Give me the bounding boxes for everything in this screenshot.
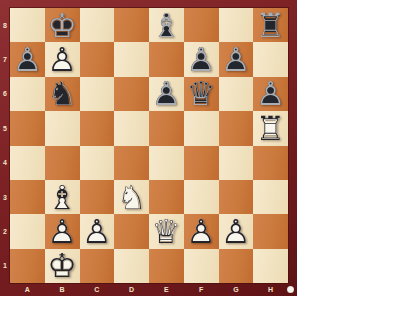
square-a6[interactable] (10, 77, 45, 111)
square-c1[interactable] (80, 249, 115, 283)
piece-outline-glyph: ♗ (45, 180, 80, 214)
square-h7[interactable] (253, 42, 288, 76)
square-c5[interactable] (80, 111, 115, 145)
rank-label-8: 8 (0, 8, 10, 42)
piece-white-queen[interactable]: ♛♕ (149, 214, 184, 248)
square-h6[interactable]: ♟♙ (253, 77, 288, 111)
piece-outline-glyph: ♘ (114, 180, 149, 214)
square-e6[interactable]: ♟♙ (149, 77, 184, 111)
square-d1[interactable] (114, 249, 149, 283)
square-e7[interactable] (149, 42, 184, 76)
square-e1[interactable] (149, 249, 184, 283)
piece-outline-glyph: ♙ (80, 214, 115, 248)
square-b2[interactable]: ♟♙ (45, 214, 80, 248)
piece-outline-glyph: ♖ (253, 8, 288, 42)
page: 87654321 ♚♔♝♗♜♖♟♙♟♙♟♙♟♙♞♘♟♙♛♕♟♙♜♖♝♗♞♘♟♙♟… (0, 0, 414, 311)
piece-white-pawn[interactable]: ♟♙ (219, 214, 254, 248)
file-label-f: F (184, 283, 219, 296)
square-d5[interactable] (114, 111, 149, 145)
square-c6[interactable] (80, 77, 115, 111)
piece-outline-glyph: ♙ (10, 42, 45, 76)
file-label-d: D (114, 283, 149, 296)
rank-label-7: 7 (0, 42, 10, 76)
rank-label-1: 1 (0, 249, 10, 283)
square-d4[interactable] (114, 146, 149, 180)
square-b7[interactable]: ♟♙ (45, 42, 80, 76)
square-g1[interactable] (219, 249, 254, 283)
square-h8[interactable]: ♜♖ (253, 8, 288, 42)
white-to-move-indicator (287, 286, 294, 293)
piece-white-rook[interactable]: ♜♖ (253, 111, 288, 145)
square-a1[interactable] (10, 249, 45, 283)
square-h1[interactable] (253, 249, 288, 283)
square-g5[interactable] (219, 111, 254, 145)
piece-outline-glyph: ♙ (149, 77, 184, 111)
square-a7[interactable]: ♟♙ (10, 42, 45, 76)
rank-label-4: 4 (0, 146, 10, 180)
piece-white-knight[interactable]: ♞♘ (114, 180, 149, 214)
square-g8[interactable] (219, 8, 254, 42)
file-label-c: C (80, 283, 115, 296)
square-c7[interactable] (80, 42, 115, 76)
square-a4[interactable] (10, 146, 45, 180)
piece-outline-glyph: ♘ (45, 77, 80, 111)
piece-outline-glyph: ♖ (253, 111, 288, 145)
piece-outline-glyph: ♙ (184, 214, 219, 248)
piece-white-pawn[interactable]: ♟♙ (184, 214, 219, 248)
piece-outline-glyph: ♕ (184, 77, 219, 111)
piece-black-bishop[interactable]: ♝♗ (149, 8, 184, 42)
piece-outline-glyph: ♙ (253, 77, 288, 111)
square-d7[interactable] (114, 42, 149, 76)
square-g7[interactable]: ♟♙ (219, 42, 254, 76)
square-f1[interactable] (184, 249, 219, 283)
square-d8[interactable] (114, 8, 149, 42)
piece-white-pawn[interactable]: ♟♙ (80, 214, 115, 248)
piece-outline-glyph: ♙ (219, 214, 254, 248)
piece-outline-glyph: ♙ (45, 214, 80, 248)
file-label-h: H (253, 283, 288, 296)
file-labels: ABCDEFGH (10, 283, 288, 296)
piece-black-pawn[interactable]: ♟♙ (253, 77, 288, 111)
file-label-g: G (219, 283, 254, 296)
piece-black-knight[interactable]: ♞♘ (45, 77, 80, 111)
piece-outline-glyph: ♙ (184, 42, 219, 76)
square-g4[interactable] (219, 146, 254, 180)
piece-black-pawn[interactable]: ♟♙ (10, 42, 45, 76)
square-d3[interactable]: ♞♘ (114, 180, 149, 214)
piece-black-king[interactable]: ♚♔ (45, 8, 80, 42)
square-f8[interactable] (184, 8, 219, 42)
square-g6[interactable] (219, 77, 254, 111)
square-a2[interactable] (10, 214, 45, 248)
square-h3[interactable] (253, 180, 288, 214)
piece-outline-glyph: ♙ (45, 42, 80, 76)
square-a8[interactable] (10, 8, 45, 42)
square-a5[interactable] (10, 111, 45, 145)
square-f4[interactable] (184, 146, 219, 180)
piece-outline-glyph: ♔ (45, 249, 80, 283)
square-b1[interactable]: ♚♔ (45, 249, 80, 283)
square-e8[interactable]: ♝♗ (149, 8, 184, 42)
square-c8[interactable] (80, 8, 115, 42)
square-g2[interactable]: ♟♙ (219, 214, 254, 248)
square-c4[interactable] (80, 146, 115, 180)
rank-label-3: 3 (0, 180, 10, 214)
piece-black-pawn[interactable]: ♟♙ (184, 42, 219, 76)
file-label-a: A (10, 283, 45, 296)
square-e5[interactable] (149, 111, 184, 145)
square-e2[interactable]: ♛♕ (149, 214, 184, 248)
square-e4[interactable] (149, 146, 184, 180)
file-label-b: B (45, 283, 80, 296)
square-b4[interactable] (45, 146, 80, 180)
square-b8[interactable]: ♚♔ (45, 8, 80, 42)
piece-black-pawn[interactable]: ♟♙ (219, 42, 254, 76)
piece-outline-glyph: ♙ (219, 42, 254, 76)
piece-black-rook[interactable]: ♜♖ (253, 8, 288, 42)
piece-white-pawn[interactable]: ♟♙ (45, 214, 80, 248)
square-h4[interactable] (253, 146, 288, 180)
square-f7[interactable]: ♟♙ (184, 42, 219, 76)
board-grid: ♚♔♝♗♜♖♟♙♟♙♟♙♟♙♞♘♟♙♛♕♟♙♜♖♝♗♞♘♟♙♟♙♛♕♟♙♟♙♚♔ (10, 8, 288, 283)
square-b6[interactable]: ♞♘ (45, 77, 80, 111)
square-d2[interactable] (114, 214, 149, 248)
square-f3[interactable] (184, 180, 219, 214)
piece-outline-glyph: ♔ (45, 8, 80, 42)
piece-outline-glyph: ♕ (149, 214, 184, 248)
square-h5[interactable]: ♜♖ (253, 111, 288, 145)
square-c3[interactable] (80, 180, 115, 214)
square-d6[interactable] (114, 77, 149, 111)
square-f2[interactable]: ♟♙ (184, 214, 219, 248)
piece-black-pawn[interactable]: ♟♙ (149, 77, 184, 111)
rank-labels: 87654321 (0, 8, 10, 283)
file-label-e: E (149, 283, 184, 296)
square-c2[interactable]: ♟♙ (80, 214, 115, 248)
square-a3[interactable] (10, 180, 45, 214)
piece-white-bishop[interactable]: ♝♗ (45, 180, 80, 214)
piece-white-king[interactable]: ♚♔ (45, 249, 80, 283)
rank-label-2: 2 (0, 214, 10, 248)
square-b3[interactable]: ♝♗ (45, 180, 80, 214)
square-g3[interactable] (219, 180, 254, 214)
chess-board: 87654321 ♚♔♝♗♜♖♟♙♟♙♟♙♟♙♞♘♟♙♛♕♟♙♜♖♝♗♞♘♟♙♟… (0, 0, 297, 296)
rank-label-5: 5 (0, 111, 10, 145)
rank-label-6: 6 (0, 77, 10, 111)
square-f5[interactable] (184, 111, 219, 145)
square-b5[interactable] (45, 111, 80, 145)
square-h2[interactable] (253, 214, 288, 248)
piece-white-pawn[interactable]: ♟♙ (45, 42, 80, 76)
square-f6[interactable]: ♛♕ (184, 77, 219, 111)
square-e3[interactable] (149, 180, 184, 214)
piece-outline-glyph: ♗ (149, 8, 184, 42)
piece-black-queen[interactable]: ♛♕ (184, 77, 219, 111)
